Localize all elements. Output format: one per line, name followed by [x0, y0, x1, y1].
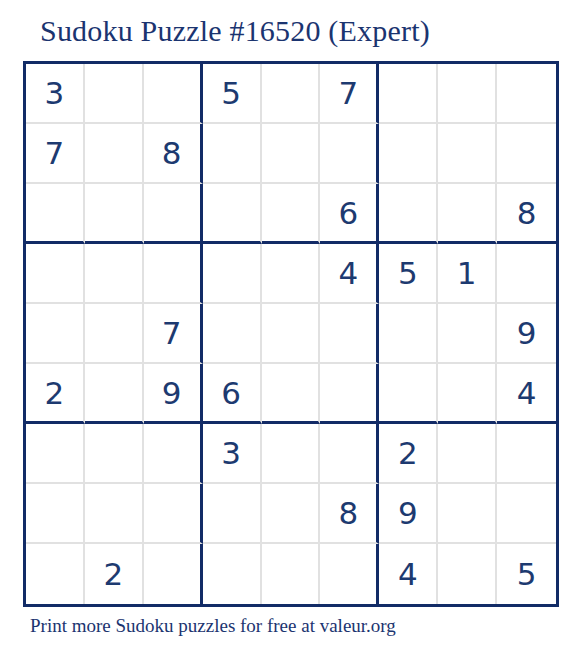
cell-r2c5[interactable] — [262, 124, 321, 184]
cell-r4c2[interactable] — [85, 244, 144, 304]
cell-r4c9[interactable] — [497, 244, 556, 304]
cell-r7c1[interactable] — [26, 424, 85, 484]
cell-r8c9[interactable] — [497, 484, 556, 544]
cell-r6c2[interactable] — [85, 364, 144, 424]
cell-r2c8[interactable] — [438, 124, 497, 184]
cell-r6c5[interactable] — [262, 364, 321, 424]
cell-r4c8[interactable]: 1 — [438, 244, 497, 304]
cell-r5c9[interactable]: 9 — [497, 304, 556, 364]
cell-r7c8[interactable] — [438, 424, 497, 484]
cell-r3c4[interactable] — [203, 184, 262, 244]
cell-r8c4[interactable] — [203, 484, 262, 544]
cell-r7c4[interactable]: 3 — [203, 424, 262, 484]
page-title: Sudoku Puzzle #16520 (Expert) — [40, 14, 430, 48]
cell-r7c9[interactable] — [497, 424, 556, 484]
cell-r2c4[interactable] — [203, 124, 262, 184]
cell-r9c7[interactable]: 4 — [379, 544, 438, 604]
cell-r7c3[interactable] — [144, 424, 203, 484]
cell-r9c2[interactable]: 2 — [85, 544, 144, 604]
cell-r1c7[interactable] — [379, 64, 438, 124]
cell-r4c6[interactable]: 4 — [320, 244, 379, 304]
cell-r7c5[interactable] — [262, 424, 321, 484]
cell-r1c5[interactable] — [262, 64, 321, 124]
cell-r6c3[interactable]: 9 — [144, 364, 203, 424]
cell-r4c4[interactable] — [203, 244, 262, 304]
cell-r9c1[interactable] — [26, 544, 85, 604]
cell-r1c1[interactable]: 3 — [26, 64, 85, 124]
cell-r2c7[interactable] — [379, 124, 438, 184]
cell-r9c6[interactable] — [320, 544, 379, 604]
cell-r2c9[interactable] — [497, 124, 556, 184]
cell-r3c2[interactable] — [85, 184, 144, 244]
cell-r6c6[interactable] — [320, 364, 379, 424]
cell-r3c7[interactable] — [379, 184, 438, 244]
cell-r6c4[interactable]: 6 — [203, 364, 262, 424]
cell-r7c2[interactable] — [85, 424, 144, 484]
cell-r4c7[interactable]: 5 — [379, 244, 438, 304]
cell-r8c6[interactable]: 8 — [320, 484, 379, 544]
cell-r6c1[interactable]: 2 — [26, 364, 85, 424]
cell-r5c3[interactable]: 7 — [144, 304, 203, 364]
cell-r8c1[interactable] — [26, 484, 85, 544]
cell-r6c8[interactable] — [438, 364, 497, 424]
cell-r2c2[interactable] — [85, 124, 144, 184]
footer-text: Print more Sudoku puzzles for free at va… — [30, 615, 396, 637]
cell-r5c2[interactable] — [85, 304, 144, 364]
cell-r1c2[interactable] — [85, 64, 144, 124]
cell-r3c3[interactable] — [144, 184, 203, 244]
cell-r1c6[interactable]: 7 — [320, 64, 379, 124]
cell-r3c6[interactable]: 6 — [320, 184, 379, 244]
cell-r9c3[interactable] — [144, 544, 203, 604]
cell-r5c8[interactable] — [438, 304, 497, 364]
cell-r4c5[interactable] — [262, 244, 321, 304]
cell-r5c4[interactable] — [203, 304, 262, 364]
cell-r3c9[interactable]: 8 — [497, 184, 556, 244]
cell-r2c3[interactable]: 8 — [144, 124, 203, 184]
cell-r5c6[interactable] — [320, 304, 379, 364]
cell-r3c1[interactable] — [26, 184, 85, 244]
cell-r1c3[interactable] — [144, 64, 203, 124]
cell-r5c1[interactable] — [26, 304, 85, 364]
cell-r8c7[interactable]: 9 — [379, 484, 438, 544]
cell-r1c4[interactable]: 5 — [203, 64, 262, 124]
cell-r7c6[interactable] — [320, 424, 379, 484]
cell-r1c9[interactable] — [497, 64, 556, 124]
cell-r8c8[interactable] — [438, 484, 497, 544]
cell-r2c1[interactable]: 7 — [26, 124, 85, 184]
cell-r6c7[interactable] — [379, 364, 438, 424]
cell-r2c6[interactable] — [320, 124, 379, 184]
cell-r6c9[interactable]: 4 — [497, 364, 556, 424]
cell-r9c5[interactable] — [262, 544, 321, 604]
cell-r4c3[interactable] — [144, 244, 203, 304]
cell-r3c8[interactable] — [438, 184, 497, 244]
cell-r8c5[interactable] — [262, 484, 321, 544]
cell-r8c3[interactable] — [144, 484, 203, 544]
cell-r5c7[interactable] — [379, 304, 438, 364]
cell-r7c7[interactable]: 2 — [379, 424, 438, 484]
cell-r3c5[interactable] — [262, 184, 321, 244]
cell-r9c9[interactable]: 5 — [497, 544, 556, 604]
cell-r5c5[interactable] — [262, 304, 321, 364]
page: Sudoku Puzzle #16520 (Expert) 3577868451… — [0, 0, 580, 651]
cell-r8c2[interactable] — [85, 484, 144, 544]
cell-r9c8[interactable] — [438, 544, 497, 604]
cell-r1c8[interactable] — [438, 64, 497, 124]
cell-r4c1[interactable] — [26, 244, 85, 304]
cell-r9c4[interactable] — [203, 544, 262, 604]
sudoku-board: 35778684517929643289245 — [23, 61, 559, 607]
